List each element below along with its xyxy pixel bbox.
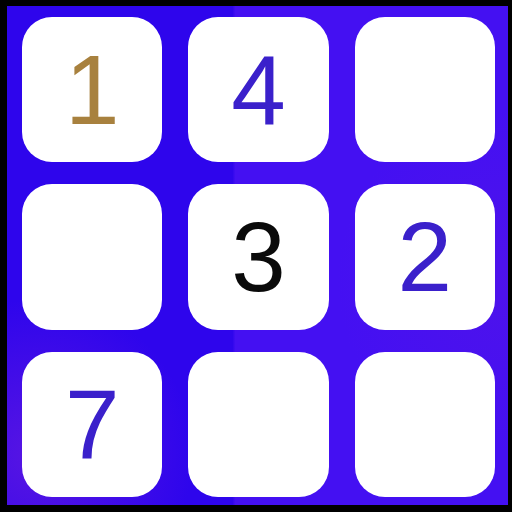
cell-r2c1[interactable] <box>188 352 328 497</box>
cell-r0c1[interactable]: 4 <box>188 17 328 162</box>
puzzle-board: 1 4 3 2 7 <box>7 6 508 505</box>
cell-value: 2 <box>398 208 453 306</box>
cell-value: 7 <box>65 375 120 473</box>
cell-value: 3 <box>231 208 286 306</box>
cell-value: 4 <box>231 41 286 139</box>
cell-value: 1 <box>65 41 120 139</box>
cell-r1c1[interactable]: 3 <box>188 184 328 329</box>
cell-r0c0[interactable]: 1 <box>22 17 162 162</box>
cell-r1c2[interactable]: 2 <box>355 184 495 329</box>
cell-r1c0[interactable] <box>22 184 162 329</box>
cell-r2c2[interactable] <box>355 352 495 497</box>
puzzle-frame: 1 4 3 2 7 <box>0 0 512 512</box>
cell-r0c2[interactable] <box>355 17 495 162</box>
cell-r2c0[interactable]: 7 <box>22 352 162 497</box>
